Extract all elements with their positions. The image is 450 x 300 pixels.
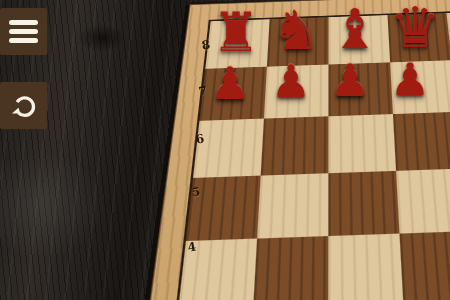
square-d4[interactable] (399, 231, 450, 300)
square-a6[interactable] (193, 119, 264, 178)
piece-a7-pawn[interactable]: ♟ (210, 61, 250, 106)
piece-c8-bishop[interactable]: ♝ (330, 2, 379, 57)
piece-b8-knight[interactable]: ♞ (272, 4, 320, 58)
rotate-board-button[interactable] (0, 82, 47, 129)
square-c4[interactable] (328, 234, 403, 300)
square-b5[interactable] (257, 173, 328, 238)
piece-b7-pawn[interactable]: ♟ (271, 59, 311, 104)
piece-c7-pawn[interactable]: ♟ (330, 58, 370, 103)
rotate-counterclockwise-icon (9, 91, 39, 121)
hamburger-menu-icon (9, 20, 38, 25)
square-b4[interactable] (253, 236, 328, 300)
square-b6[interactable] (261, 116, 329, 175)
chess-app-screen: 87654 ♜♞♝♛♟♟♟♟ (0, 0, 450, 300)
square-d5[interactable] (396, 168, 450, 233)
square-c5[interactable] (328, 171, 399, 236)
menu-button[interactable] (0, 8, 47, 55)
square-d6[interactable] (393, 112, 450, 171)
piece-d7-pawn[interactable]: ♟ (390, 57, 430, 102)
piece-a8-rook[interactable]: ♜ (212, 6, 260, 60)
piece-d8-queen[interactable]: ♛ (390, 0, 440, 56)
square-c6[interactable] (328, 114, 396, 173)
